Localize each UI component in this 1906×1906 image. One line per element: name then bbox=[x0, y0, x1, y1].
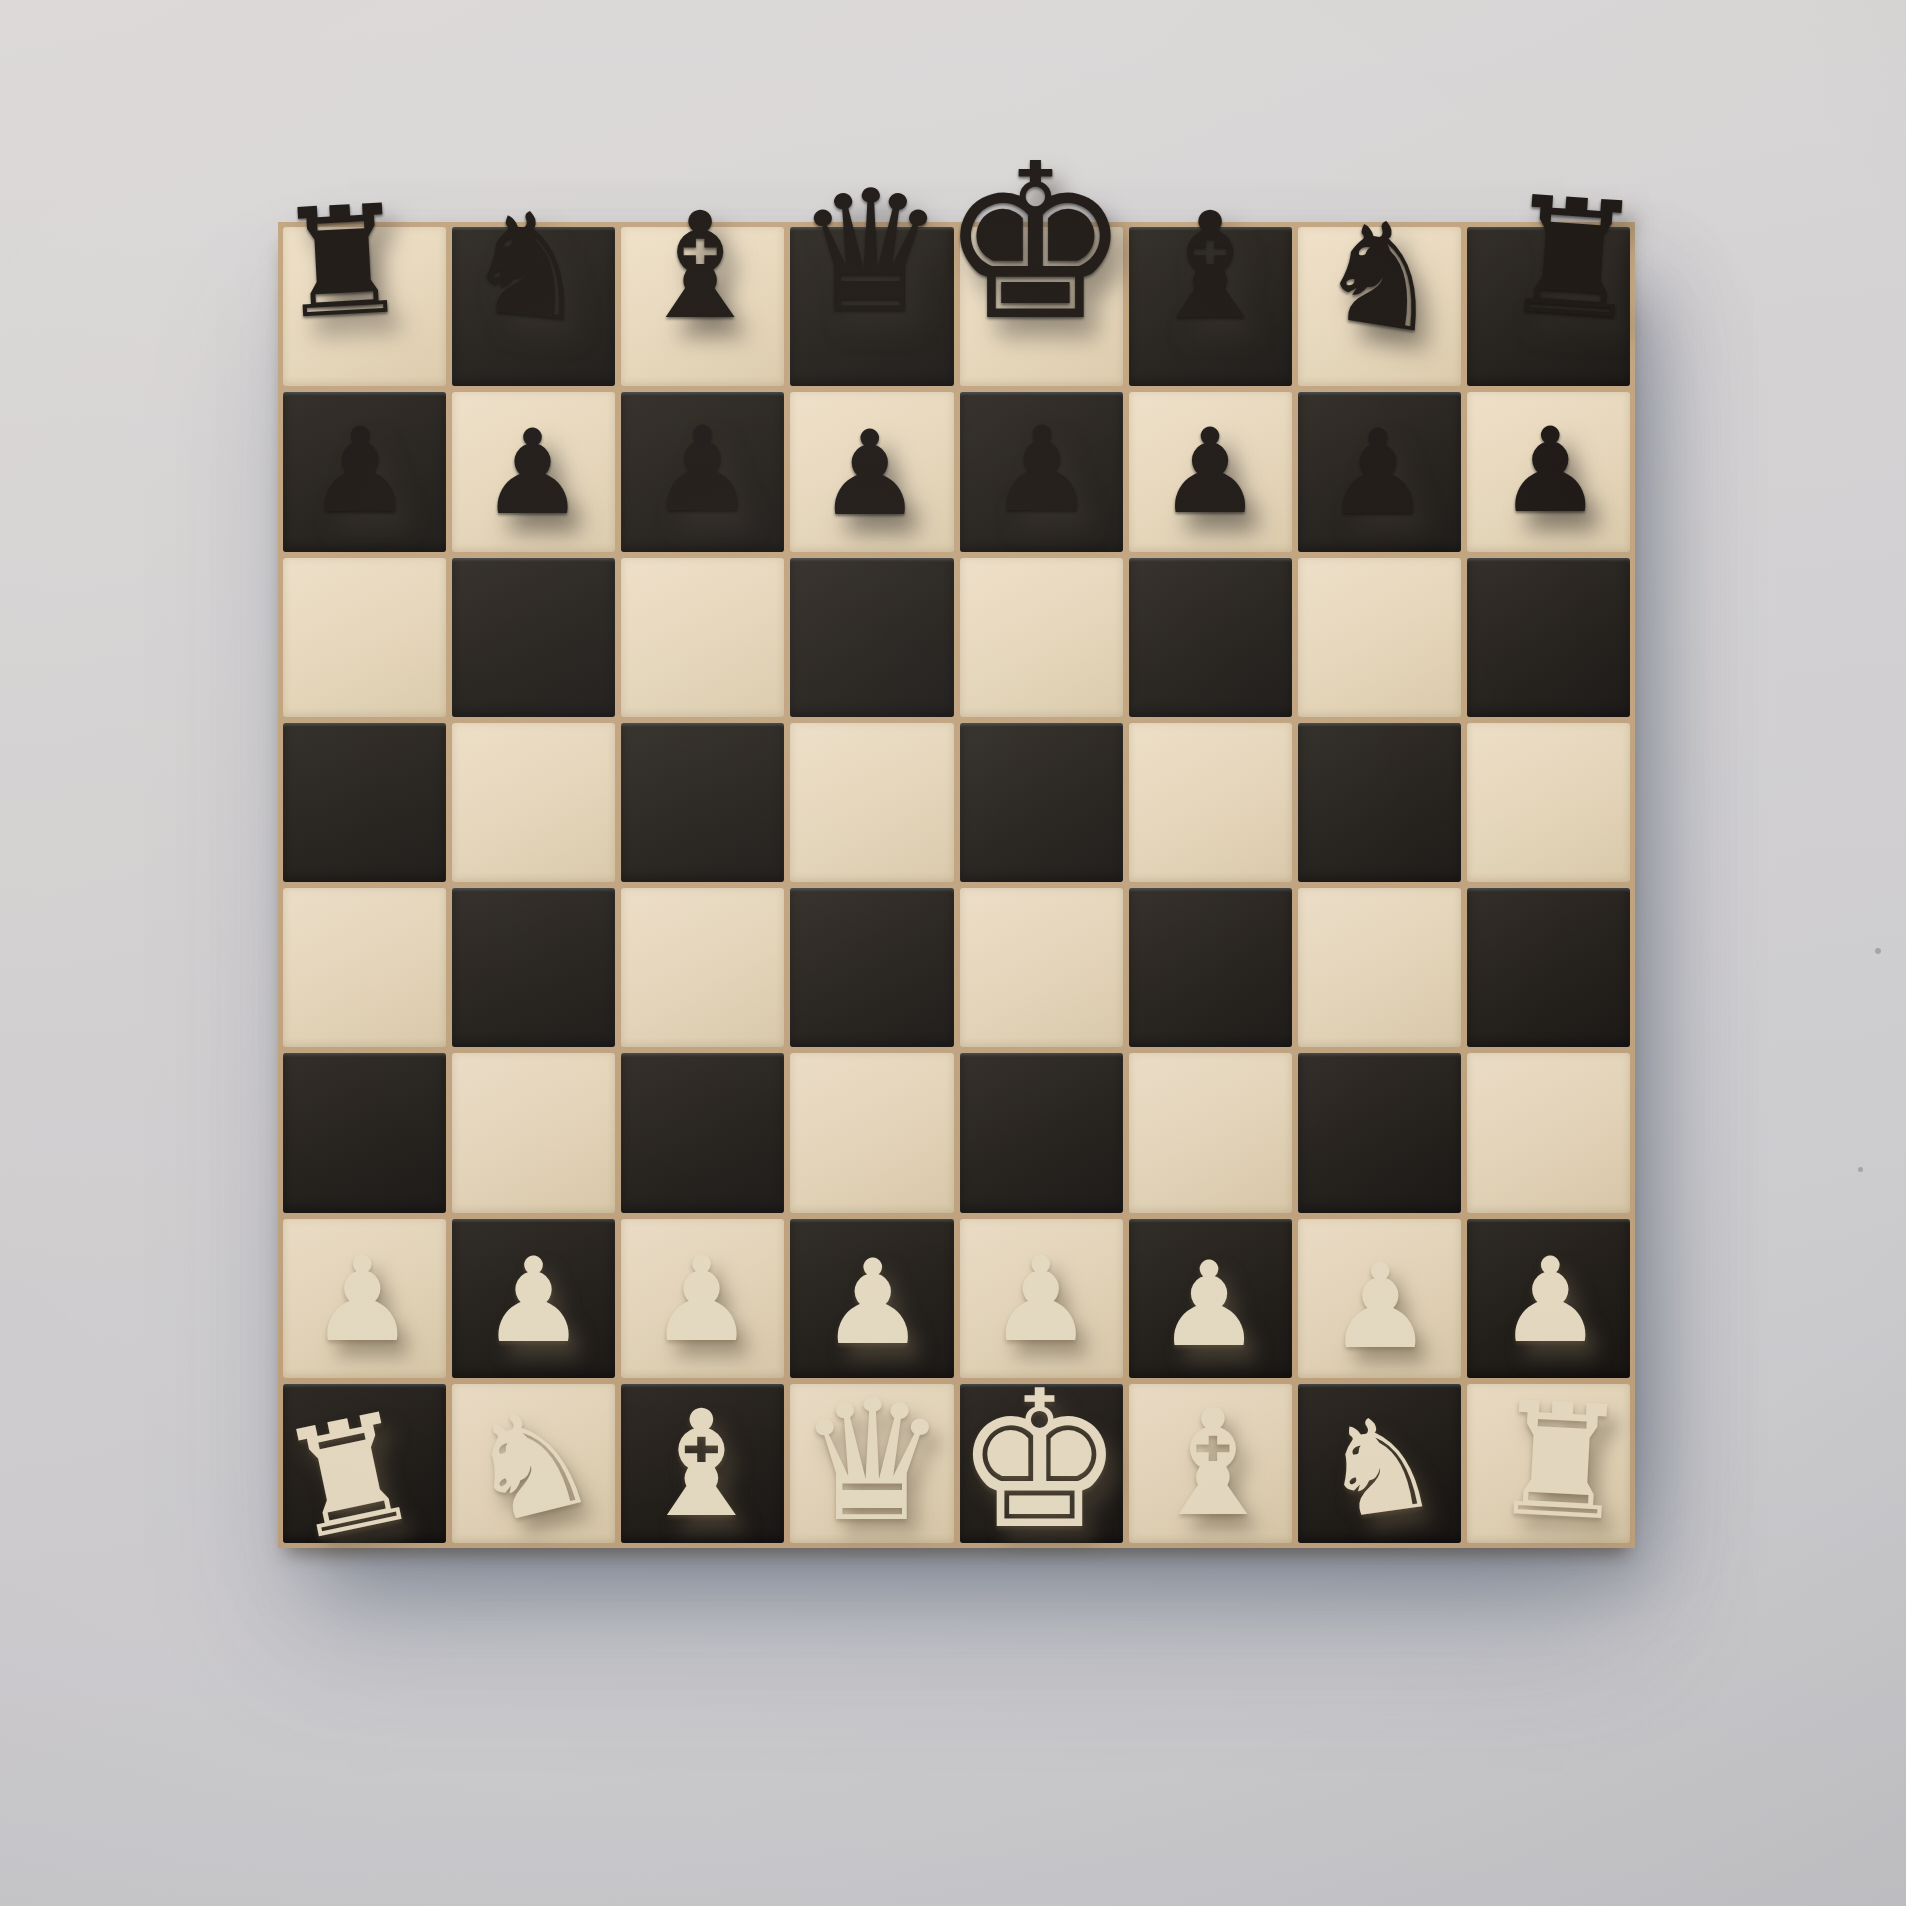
square-c7: ♟ bbox=[621, 392, 784, 551]
square-b5 bbox=[452, 723, 615, 882]
white-pawn: ♟ bbox=[283, 1219, 446, 1378]
square-d7: ♟ bbox=[790, 392, 953, 551]
square-g5 bbox=[1298, 723, 1461, 882]
piece-glyph: ♞ bbox=[458, 188, 599, 343]
square-d2: ♟ bbox=[790, 1219, 953, 1378]
square-f1: ♝ bbox=[1129, 1384, 1292, 1543]
piece-glyph: ♟ bbox=[481, 1242, 586, 1359]
piece-glyph: ♝ bbox=[1147, 1390, 1279, 1537]
square-h7: ♟ bbox=[1467, 392, 1630, 551]
piece-glyph: ♜ bbox=[272, 183, 414, 340]
square-e2: ♟ bbox=[960, 1219, 1123, 1378]
black-queen: ♛ bbox=[790, 227, 953, 386]
square-f7: ♟ bbox=[1129, 392, 1292, 551]
square-f2: ♟ bbox=[1129, 1219, 1292, 1378]
square-g8: ♞ bbox=[1298, 227, 1461, 386]
piece-glyph: ♝ bbox=[1144, 193, 1276, 340]
white-queen: ♛ bbox=[790, 1384, 953, 1543]
square-e5 bbox=[960, 723, 1123, 882]
square-d3 bbox=[790, 1053, 953, 1212]
square-c8: ♝ bbox=[621, 227, 784, 386]
white-pawn: ♟ bbox=[621, 1219, 784, 1378]
white-pawn: ♟ bbox=[1298, 1219, 1461, 1378]
piece-glyph: ♜ bbox=[268, 1390, 431, 1565]
piece-glyph: ♛ bbox=[797, 1378, 948, 1546]
square-e6 bbox=[960, 558, 1123, 717]
photo-scene: ♜♞♝♛♚♝♞♜♟♟♟♟♟♟♟♟♟♟♟♟♟♟♟♟♜♞♝♛♚♝♞♜ bbox=[0, 0, 1906, 1906]
black-pawn: ♟ bbox=[283, 392, 446, 551]
square-c2: ♟ bbox=[621, 1219, 784, 1378]
piece-glyph: ♟ bbox=[649, 1241, 754, 1358]
square-b1: ♞ bbox=[452, 1384, 615, 1543]
square-e4 bbox=[960, 888, 1123, 1047]
piece-glyph: ♛ bbox=[795, 167, 946, 335]
black-pawn: ♟ bbox=[452, 392, 615, 551]
chess-board: ♜♞♝♛♚♝♞♜♟♟♟♟♟♟♟♟♟♟♟♟♟♟♟♟♜♞♝♛♚♝♞♜ bbox=[278, 222, 1635, 1548]
white-rook: ♜ bbox=[1467, 1384, 1630, 1543]
white-pawn: ♟ bbox=[790, 1219, 953, 1378]
black-bishop: ♝ bbox=[621, 227, 784, 386]
square-f5 bbox=[1129, 723, 1292, 882]
piece-glyph: ♟ bbox=[1326, 415, 1431, 532]
piece-glyph: ♟ bbox=[1498, 1242, 1603, 1359]
piece-glyph: ♟ bbox=[308, 412, 413, 529]
white-knight: ♞ bbox=[452, 1384, 615, 1543]
piece-glyph: ♟ bbox=[1158, 413, 1263, 530]
white-king: ♚ bbox=[960, 1384, 1123, 1543]
square-h6 bbox=[1467, 558, 1630, 717]
piece-glyph: ♟ bbox=[650, 411, 755, 528]
square-c6 bbox=[621, 558, 784, 717]
square-c3 bbox=[621, 1053, 784, 1212]
black-knight: ♞ bbox=[452, 227, 615, 386]
piece-glyph: ♞ bbox=[451, 1381, 609, 1550]
square-d5 bbox=[790, 723, 953, 882]
square-e1: ♚ bbox=[960, 1384, 1123, 1543]
square-e8: ♚ bbox=[960, 227, 1123, 386]
dust-speck bbox=[1858, 1167, 1863, 1172]
piece-glyph: ♟ bbox=[1157, 1245, 1262, 1362]
square-g3 bbox=[1298, 1053, 1461, 1212]
piece-glyph: ♟ bbox=[990, 411, 1095, 528]
piece-glyph: ♝ bbox=[634, 193, 766, 340]
piece-glyph: ♜ bbox=[1486, 1380, 1634, 1543]
square-h1: ♜ bbox=[1467, 1384, 1630, 1543]
square-g6 bbox=[1298, 558, 1461, 717]
square-c1: ♝ bbox=[621, 1384, 784, 1543]
square-b7: ♟ bbox=[452, 392, 615, 551]
square-d6 bbox=[790, 558, 953, 717]
square-g7: ♟ bbox=[1298, 392, 1461, 551]
black-pawn: ♟ bbox=[960, 392, 1123, 551]
square-h2: ♟ bbox=[1467, 1219, 1630, 1378]
piece-glyph: ♟ bbox=[989, 1241, 1094, 1358]
square-g1: ♞ bbox=[1298, 1384, 1461, 1543]
square-b8: ♞ bbox=[452, 227, 615, 386]
square-a3 bbox=[283, 1053, 446, 1212]
black-pawn: ♟ bbox=[1129, 392, 1292, 551]
piece-glyph: ♟ bbox=[1498, 412, 1603, 529]
white-pawn: ♟ bbox=[452, 1219, 615, 1378]
white-pawn: ♟ bbox=[1129, 1219, 1292, 1378]
piece-glyph: ♚ bbox=[939, 135, 1132, 350]
square-d8: ♛ bbox=[790, 227, 953, 386]
square-f8: ♝ bbox=[1129, 227, 1292, 386]
piece-glyph: ♟ bbox=[1328, 1248, 1433, 1365]
square-h4 bbox=[1467, 888, 1630, 1047]
square-a5 bbox=[283, 723, 446, 882]
square-e3 bbox=[960, 1053, 1123, 1212]
square-d1: ♛ bbox=[790, 1384, 953, 1543]
black-pawn: ♟ bbox=[1298, 392, 1461, 551]
square-a7: ♟ bbox=[283, 392, 446, 551]
black-pawn: ♟ bbox=[621, 392, 784, 551]
square-h3 bbox=[1467, 1053, 1630, 1212]
piece-glyph: ♟ bbox=[821, 1243, 926, 1360]
square-e7: ♟ bbox=[960, 392, 1123, 551]
white-bishop: ♝ bbox=[621, 1384, 784, 1543]
piece-glyph: ♞ bbox=[1308, 195, 1456, 355]
piece-glyph: ♜ bbox=[1496, 174, 1650, 344]
white-pawn: ♟ bbox=[960, 1219, 1123, 1378]
piece-glyph: ♟ bbox=[310, 1241, 415, 1358]
square-b2: ♟ bbox=[452, 1219, 615, 1378]
square-a8: ♜ bbox=[283, 227, 446, 386]
square-c5 bbox=[621, 723, 784, 882]
piece-glyph: ♞ bbox=[1313, 1395, 1447, 1540]
square-a1: ♜ bbox=[283, 1384, 446, 1543]
square-g4 bbox=[1298, 888, 1461, 1047]
piece-glyph: ♟ bbox=[817, 416, 922, 533]
square-c4 bbox=[621, 888, 784, 1047]
white-knight: ♞ bbox=[1298, 1384, 1461, 1543]
square-f3 bbox=[1129, 1053, 1292, 1212]
square-a4 bbox=[283, 888, 446, 1047]
black-pawn: ♟ bbox=[1467, 392, 1630, 551]
black-rook: ♜ bbox=[1467, 227, 1630, 386]
piece-glyph: ♟ bbox=[480, 415, 585, 532]
square-d4 bbox=[790, 888, 953, 1047]
black-bishop: ♝ bbox=[1129, 227, 1292, 386]
black-king: ♚ bbox=[960, 227, 1123, 386]
square-g2: ♟ bbox=[1298, 1219, 1461, 1378]
black-pawn: ♟ bbox=[790, 392, 953, 551]
square-a6 bbox=[283, 558, 446, 717]
square-b4 bbox=[452, 888, 615, 1047]
white-pawn: ♟ bbox=[1467, 1219, 1630, 1378]
black-knight: ♞ bbox=[1298, 227, 1461, 386]
piece-glyph: ♚ bbox=[954, 1366, 1124, 1556]
square-f4 bbox=[1129, 888, 1292, 1047]
square-h8: ♜ bbox=[1467, 227, 1630, 386]
square-a2: ♟ bbox=[283, 1219, 446, 1378]
piece-glyph: ♝ bbox=[636, 1391, 768, 1538]
white-bishop: ♝ bbox=[1129, 1384, 1292, 1543]
square-b3 bbox=[452, 1053, 615, 1212]
square-f6 bbox=[1129, 558, 1292, 717]
dust-speck bbox=[1875, 948, 1881, 954]
black-rook: ♜ bbox=[283, 227, 446, 386]
square-b6 bbox=[452, 558, 615, 717]
white-rook: ♜ bbox=[283, 1384, 446, 1543]
square-h5 bbox=[1467, 723, 1630, 882]
